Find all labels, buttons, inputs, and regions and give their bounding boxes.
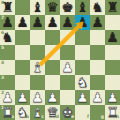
white-pawn-icon[interactable]: ♟ — [90, 90, 105, 105]
square-h7[interactable] — [105, 15, 120, 30]
black-pawn-icon[interactable]: ♟ — [60, 15, 75, 30]
square-d6[interactable] — [45, 30, 60, 45]
square-h1[interactable]: h♜ — [105, 105, 120, 120]
square-h4[interactable] — [105, 60, 120, 75]
square-d1[interactable]: d♛ — [45, 105, 60, 120]
black-pawn-icon[interactable]: ♟ — [105, 30, 120, 45]
square-f2[interactable]: ♟ — [75, 90, 90, 105]
square-c8[interactable]: ♝ — [30, 0, 45, 15]
black-pawn-icon[interactable]: ♟ — [45, 15, 60, 30]
square-g3[interactable] — [90, 75, 105, 90]
square-h3[interactable] — [105, 75, 120, 90]
black-pawn-icon[interactable]: ♟ — [0, 15, 15, 30]
square-e6[interactable] — [60, 30, 75, 45]
square-c1[interactable]: c♝ — [30, 105, 45, 120]
square-e2[interactable] — [60, 90, 75, 105]
file-label-e: e — [71, 115, 74, 120]
white-pawn-icon[interactable]: ♟ — [30, 90, 45, 105]
black-rook-icon[interactable]: ♜ — [105, 0, 120, 15]
white-knight-icon[interactable]: ♞ — [75, 75, 90, 90]
square-g1[interactable]: g — [90, 105, 105, 120]
square-c7[interactable]: ♟ — [30, 15, 45, 30]
square-g6[interactable] — [90, 30, 105, 45]
white-pawn-icon[interactable]: ♟ — [0, 90, 15, 105]
white-king-icon[interactable]: ♚ — [60, 105, 75, 120]
square-a6[interactable]: 6♞ — [0, 30, 15, 45]
square-a1[interactable]: 1a♜ — [0, 105, 15, 120]
black-queen-icon[interactable]: ♛ — [45, 0, 60, 15]
square-c6[interactable] — [30, 30, 45, 45]
square-h8[interactable]: ♜ — [105, 0, 120, 15]
file-label-h: h — [116, 115, 119, 120]
square-e8[interactable]: ♚ — [60, 0, 75, 15]
square-d5[interactable] — [45, 45, 60, 60]
square-d8[interactable]: ♛ — [45, 0, 60, 15]
square-e3[interactable] — [60, 75, 75, 90]
black-bishop-icon[interactable]: ♝ — [30, 0, 45, 15]
file-label-a: a — [11, 115, 14, 120]
square-b6[interactable] — [15, 30, 30, 45]
square-a8[interactable]: 8♜ — [0, 0, 15, 15]
square-d4[interactable] — [45, 60, 60, 75]
white-pawn-icon[interactable]: ♟ — [75, 90, 90, 105]
file-label-b: b — [26, 115, 29, 120]
square-e4[interactable]: ♟ — [60, 60, 75, 75]
square-b5[interactable] — [15, 45, 30, 60]
rank-label-6: 6 — [1, 31, 4, 36]
square-f5[interactable] — [75, 45, 90, 60]
square-c4[interactable]: ♝ — [30, 60, 45, 75]
rank-label-3: 3 — [1, 76, 4, 81]
white-pawn-icon[interactable]: ♟ — [15, 90, 30, 105]
white-pawn-icon[interactable]: ♟ — [45, 90, 60, 105]
white-pawn-icon[interactable]: ♟ — [105, 90, 120, 105]
rank-label-5: 5 — [1, 46, 4, 51]
file-label-f: f — [87, 115, 89, 120]
square-h5[interactable] — [105, 45, 120, 60]
square-d2[interactable]: ♟ — [45, 90, 60, 105]
rank-label-1: 1 — [1, 106, 4, 111]
square-g7[interactable]: ♟ — [90, 15, 105, 30]
square-f3[interactable]: ♞ — [75, 75, 90, 90]
black-king-icon[interactable]: ♚ — [60, 0, 75, 15]
rank-label-2: 2 — [1, 91, 4, 96]
white-bishop-icon[interactable]: ♝ — [30, 105, 45, 120]
white-knight-icon[interactable]: ♞ — [15, 105, 30, 120]
square-h6[interactable]: ♟ — [105, 30, 120, 45]
square-f8[interactable]: ♝ — [75, 0, 90, 15]
square-b2[interactable]: ♟ — [15, 90, 30, 105]
square-c5[interactable] — [30, 45, 45, 60]
rank-label-4: 4 — [1, 61, 4, 66]
square-b8[interactable] — [15, 0, 30, 15]
black-rook-icon[interactable]: ♜ — [0, 0, 15, 15]
square-c3[interactable] — [30, 75, 45, 90]
square-e5[interactable] — [60, 45, 75, 60]
square-e7[interactable]: ♟ — [60, 15, 75, 30]
square-g2[interactable]: ♟ — [90, 90, 105, 105]
white-rook-icon[interactable]: ♜ — [105, 105, 120, 120]
square-f4[interactable] — [75, 60, 90, 75]
square-g5[interactable] — [90, 45, 105, 60]
square-d3[interactable] — [45, 75, 60, 90]
square-a5[interactable]: 5 — [0, 45, 15, 60]
chess-board: 8♜♝♛♚♝♞♜7♟♟♟♟♟♟♟6♞♟54♝♟3♞2♟♟♟♟♟♟♟1a♜b♞c♝… — [0, 0, 120, 120]
square-a2[interactable]: 2♟ — [0, 90, 15, 105]
square-d7[interactable]: ♟ — [45, 15, 60, 30]
black-bishop-icon[interactable]: ♝ — [75, 0, 90, 15]
black-pawn-icon[interactable]: ♟ — [30, 15, 45, 30]
square-e1[interactable]: e♚ — [60, 105, 75, 120]
rank-label-8: 8 — [1, 1, 4, 6]
square-f7[interactable]: ♟ — [75, 15, 90, 30]
file-label-d: d — [56, 115, 59, 120]
black-knight-icon[interactable]: ♞ — [0, 30, 15, 45]
white-rook-icon[interactable]: ♜ — [0, 105, 15, 120]
square-b3[interactable] — [15, 75, 30, 90]
rank-label-7: 7 — [1, 16, 4, 21]
square-b7[interactable]: ♟ — [15, 15, 30, 30]
square-b4[interactable] — [15, 60, 30, 75]
square-b1[interactable]: b♞ — [15, 105, 30, 120]
square-f1[interactable]: f — [75, 105, 90, 120]
white-pawn-icon[interactable]: ♟ — [60, 60, 75, 75]
square-a7[interactable]: 7♟ — [0, 15, 15, 30]
file-label-g: g — [101, 115, 104, 120]
white-queen-icon[interactable]: ♛ — [45, 105, 60, 120]
square-g8[interactable]: ♞ — [90, 0, 105, 15]
black-pawn-icon[interactable]: ♟ — [90, 15, 105, 30]
square-c2[interactable]: ♟ — [30, 90, 45, 105]
square-a3[interactable]: 3 — [0, 75, 15, 90]
white-bishop-icon[interactable]: ♝ — [30, 60, 45, 75]
board-grid: 8♜♝♛♚♝♞♜7♟♟♟♟♟♟♟6♞♟54♝♟3♞2♟♟♟♟♟♟♟1a♜b♞c♝… — [0, 0, 120, 120]
square-h2[interactable]: ♟ — [105, 90, 120, 105]
black-pawn-icon[interactable]: ♟ — [75, 15, 90, 30]
square-a4[interactable]: 4 — [0, 60, 15, 75]
square-g4[interactable] — [90, 60, 105, 75]
black-knight-icon[interactable]: ♞ — [90, 0, 105, 15]
black-pawn-icon[interactable]: ♟ — [15, 15, 30, 30]
square-f6[interactable] — [75, 30, 90, 45]
file-label-c: c — [41, 115, 44, 120]
